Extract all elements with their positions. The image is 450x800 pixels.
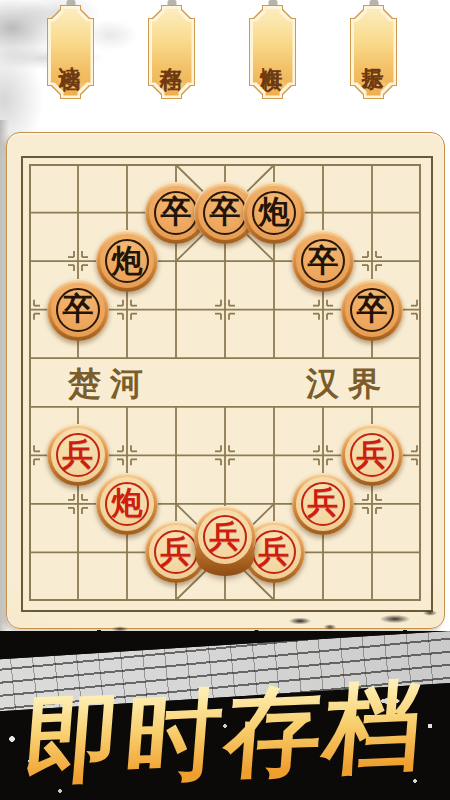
piece-red-soldier[interactable]: 兵	[194, 506, 256, 568]
piece-black-soldier[interactable]: 卒	[47, 279, 109, 341]
load-button-label: 读档	[56, 49, 86, 55]
piece-black-cannon[interactable]: 炮	[243, 182, 305, 244]
piece-character: 兵	[259, 536, 290, 567]
hint-button-face: 提示	[354, 9, 394, 96]
piece-face: 炮	[100, 234, 154, 288]
piece-character: 兵	[308, 487, 339, 518]
piece-character: 卒	[308, 245, 339, 276]
banner-title: 即时存档	[0, 673, 450, 795]
piece-face: 炮	[247, 186, 301, 240]
piece-face: 卒	[345, 283, 399, 337]
hint-button-label: 提示	[359, 49, 389, 55]
piece-red-cannon[interactable]: 炮	[96, 473, 158, 535]
undo-button-face: 悔棋	[253, 9, 293, 96]
piece-character: 兵	[357, 439, 388, 470]
piece-black-cannon[interactable]: 炮	[96, 230, 158, 292]
river-label-left: 楚河	[68, 362, 152, 407]
undo-button[interactable]: 悔棋	[249, 5, 296, 99]
load-button-face: 读档	[51, 9, 91, 96]
piece-face: 卒	[296, 234, 350, 288]
piece-face: 炮	[100, 477, 154, 531]
piece-red-soldier[interactable]: 兵	[47, 424, 109, 486]
piece-face: 兵	[198, 510, 252, 564]
piece-character: 卒	[63, 293, 94, 324]
save-button-label: 存档	[157, 49, 187, 55]
piece-face: 兵	[296, 477, 350, 531]
piece-face: 兵	[51, 428, 105, 482]
piece-black-soldier[interactable]: 卒	[341, 279, 403, 341]
xiangqi-board-panel: 楚河 汉界 卒卒炮炮卒卒卒兵兵炮兵兵兵兵	[6, 132, 445, 629]
load-button[interactable]: 读档	[47, 5, 94, 99]
save-button-face: 存档	[152, 9, 192, 96]
piece-character: 炮	[112, 487, 143, 518]
toolbar: 读档 存档 悔棋 提示	[0, 0, 450, 100]
hint-button[interactable]: 提示	[350, 5, 397, 99]
piece-face: 卒	[51, 283, 105, 337]
piece-character: 兵	[210, 521, 241, 552]
piece-character: 兵	[63, 439, 94, 470]
piece-character: 炮	[112, 245, 143, 276]
piece-character: 炮	[259, 196, 290, 227]
bottom-banner: 即时存档	[0, 631, 450, 800]
piece-character: 卒	[357, 293, 388, 324]
piece-red-soldier[interactable]: 兵	[292, 473, 354, 535]
undo-button-label: 悔棋	[258, 49, 288, 55]
xiangqi-board[interactable]: 楚河 汉界 卒卒炮炮卒卒卒兵兵炮兵兵兵兵	[29, 164, 421, 601]
piece-black-soldier[interactable]: 卒	[292, 230, 354, 292]
save-button[interactable]: 存档	[148, 5, 195, 99]
piece-character: 卒	[161, 196, 192, 227]
piece-red-soldier[interactable]: 兵	[341, 424, 403, 486]
piece-face: 兵	[345, 428, 399, 482]
piece-character: 卒	[210, 196, 241, 227]
river-label-right: 汉界	[306, 362, 390, 407]
piece-character: 兵	[161, 536, 192, 567]
